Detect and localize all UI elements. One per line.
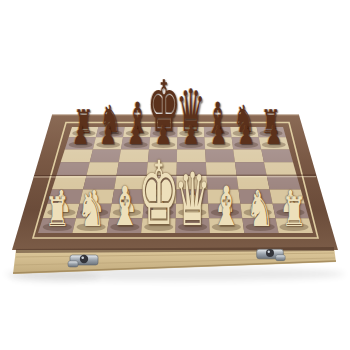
piece-white-king-d1[interactable]: ♚ — [138, 150, 180, 238]
piece-black-pawn-b7[interactable]: ♟ — [100, 122, 117, 148]
latch-icon — [257, 249, 286, 261]
piece-black-pawn-f7[interactable]: ♟ — [210, 122, 227, 148]
piece-white-rook-h1[interactable]: ♜ — [281, 192, 306, 232]
piece-black-pawn-h7[interactable]: ♟ — [265, 122, 282, 148]
piece-black-pawn-a7[interactable]: ♟ — [72, 122, 89, 148]
piece-black-pawn-e7[interactable]: ♟ — [182, 122, 199, 148]
piece-white-bishop-c1[interactable]: ♝ — [110, 180, 140, 234]
piece-white-knight-b1[interactable]: ♞ — [77, 186, 105, 233]
piece-white-bishop-f1[interactable]: ♝ — [211, 180, 241, 234]
piece-white-knight-g1[interactable]: ♞ — [246, 186, 274, 233]
piece-white-rook-a1[interactable]: ♜ — [45, 192, 70, 232]
latch-icon — [68, 255, 98, 267]
piece-white-queen-e1[interactable]: ♛ — [174, 163, 210, 236]
chess-set-photo: ♜♞♝♚♛♝♞♜♟♟♟♟♟♟♟♟♟♟♟♟♟♟♟♟♜♞♝♚♛♝♞♜ — [0, 0, 350, 350]
piece-black-pawn-g7[interactable]: ♟ — [238, 122, 255, 148]
